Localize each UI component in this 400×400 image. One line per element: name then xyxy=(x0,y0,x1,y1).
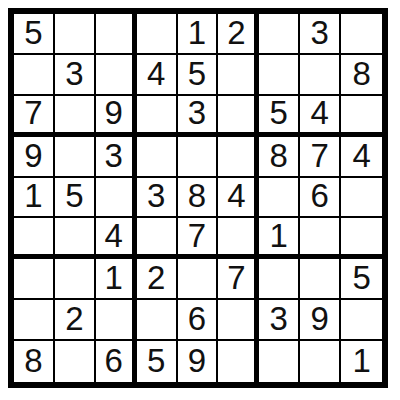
given-digit: 8 xyxy=(352,57,370,90)
cell-r9c8[interactable] xyxy=(300,341,341,382)
given-digit: 5 xyxy=(352,261,370,294)
cell-r5c3[interactable] xyxy=(96,178,137,219)
cell-r6c6[interactable] xyxy=(218,218,259,259)
cell-r7c3[interactable]: 1 xyxy=(96,259,137,300)
cell-r1c6[interactable]: 2 xyxy=(218,14,259,55)
given-digit: 7 xyxy=(24,96,42,129)
cell-r9c3[interactable]: 6 xyxy=(96,341,137,382)
cell-r4c3[interactable]: 3 xyxy=(96,137,137,178)
given-digit: 5 xyxy=(270,96,288,129)
cell-r3c5[interactable]: 3 xyxy=(178,96,219,137)
cell-r3c8[interactable]: 4 xyxy=(300,96,341,137)
given-digit: 9 xyxy=(105,96,123,129)
cell-r3c9[interactable] xyxy=(341,96,382,137)
cell-r5c1[interactable]: 1 xyxy=(14,178,55,219)
cell-r2c6[interactable] xyxy=(218,55,259,96)
cell-r9c1[interactable]: 8 xyxy=(14,341,55,382)
cell-r3c3[interactable]: 9 xyxy=(96,96,137,137)
cell-r8c7[interactable]: 3 xyxy=(259,300,300,341)
given-digit: 7 xyxy=(310,139,328,172)
cell-r2c5[interactable]: 5 xyxy=(178,55,219,96)
cell-r4c9[interactable]: 4 xyxy=(341,137,382,178)
cell-r6c3[interactable]: 4 xyxy=(96,218,137,259)
cell-r5c4[interactable]: 3 xyxy=(137,178,178,219)
given-digit: 5 xyxy=(24,16,42,49)
given-digit: 3 xyxy=(147,179,165,212)
given-digit: 1 xyxy=(24,179,42,212)
cell-r3c6[interactable] xyxy=(218,96,259,137)
sudoku-board: 5123345879354938741538464711275263986591 xyxy=(8,8,388,388)
cell-r7c6[interactable]: 7 xyxy=(218,259,259,300)
cell-r5c5[interactable]: 8 xyxy=(178,178,219,219)
given-digit: 3 xyxy=(188,96,206,129)
given-digit: 9 xyxy=(24,139,42,172)
cell-r9c2[interactable] xyxy=(55,341,96,382)
cell-r2c2[interactable]: 3 xyxy=(55,55,96,96)
cell-r8c3[interactable] xyxy=(96,300,137,341)
cell-r1c8[interactable]: 3 xyxy=(300,14,341,55)
given-digit: 4 xyxy=(147,57,165,90)
cell-r6c4[interactable] xyxy=(137,218,178,259)
given-digit: 4 xyxy=(352,139,370,172)
given-digit: 1 xyxy=(352,344,370,377)
given-digit: 5 xyxy=(147,344,165,377)
cell-r9c4[interactable]: 5 xyxy=(137,341,178,382)
cell-r7c4[interactable]: 2 xyxy=(137,259,178,300)
cell-r8c6[interactable] xyxy=(218,300,259,341)
cell-r1c5[interactable]: 1 xyxy=(178,14,219,55)
given-digit: 2 xyxy=(227,16,245,49)
cell-r5c6[interactable]: 4 xyxy=(218,178,259,219)
cell-r3c4[interactable] xyxy=(137,96,178,137)
cell-r3c1[interactable]: 7 xyxy=(14,96,55,137)
cell-r6c5[interactable]: 7 xyxy=(178,218,219,259)
cell-r1c4[interactable] xyxy=(137,14,178,55)
given-digit: 2 xyxy=(65,302,83,335)
cell-r8c2[interactable]: 2 xyxy=(55,300,96,341)
given-digit: 7 xyxy=(188,219,206,252)
cell-r4c8[interactable]: 7 xyxy=(300,137,341,178)
given-digit: 7 xyxy=(227,261,245,294)
given-digit: 1 xyxy=(188,16,206,49)
cell-r2c4[interactable]: 4 xyxy=(137,55,178,96)
cell-r7c5[interactable] xyxy=(178,259,219,300)
cell-r1c9[interactable] xyxy=(341,14,382,55)
cell-r4c7[interactable]: 8 xyxy=(259,137,300,178)
cell-r9c5[interactable]: 9 xyxy=(178,341,219,382)
cell-r2c3[interactable] xyxy=(96,55,137,96)
given-digit: 6 xyxy=(105,344,123,377)
cell-r8c5[interactable]: 6 xyxy=(178,300,219,341)
cell-r5c7[interactable] xyxy=(259,178,300,219)
cell-r2c1[interactable] xyxy=(14,55,55,96)
cell-r7c2[interactable] xyxy=(55,259,96,300)
given-digit: 3 xyxy=(270,302,288,335)
given-digit: 6 xyxy=(310,179,328,212)
given-digit: 8 xyxy=(270,139,288,172)
cell-r8c1[interactable] xyxy=(14,300,55,341)
cell-r6c9[interactable] xyxy=(341,218,382,259)
cell-r8c4[interactable] xyxy=(137,300,178,341)
given-digit: 1 xyxy=(270,219,288,252)
cell-r2c9[interactable]: 8 xyxy=(341,55,382,96)
cell-r2c7[interactable] xyxy=(259,55,300,96)
cell-r4c5[interactable] xyxy=(178,137,219,178)
given-digit: 3 xyxy=(105,139,123,172)
cell-r5c2[interactable]: 5 xyxy=(55,178,96,219)
cell-r8c9[interactable] xyxy=(341,300,382,341)
cell-r8c8[interactable]: 9 xyxy=(300,300,341,341)
cell-r1c3[interactable] xyxy=(96,14,137,55)
cell-r4c2[interactable] xyxy=(55,137,96,178)
cell-r6c8[interactable] xyxy=(300,218,341,259)
given-digit: 5 xyxy=(188,57,206,90)
cell-r6c1[interactable] xyxy=(14,218,55,259)
cell-r4c4[interactable] xyxy=(137,137,178,178)
given-digit: 9 xyxy=(188,344,206,377)
cell-r6c2[interactable] xyxy=(55,218,96,259)
given-digit: 6 xyxy=(188,302,206,335)
cell-r2c8[interactable] xyxy=(300,55,341,96)
given-digit: 1 xyxy=(105,261,123,294)
cell-r3c7[interactable]: 5 xyxy=(259,96,300,137)
given-digit: 2 xyxy=(147,261,165,294)
given-digit: 9 xyxy=(310,302,328,335)
given-digit: 4 xyxy=(227,179,245,212)
given-digit: 3 xyxy=(310,16,328,49)
given-digit: 5 xyxy=(65,179,83,212)
sudoku-page: 5123345879354938741538464711275263986591 xyxy=(0,0,400,400)
cell-r1c7[interactable] xyxy=(259,14,300,55)
cell-r4c6[interactable] xyxy=(218,137,259,178)
given-digit: 4 xyxy=(310,96,328,129)
cell-r9c6[interactable] xyxy=(218,341,259,382)
cell-r1c2[interactable] xyxy=(55,14,96,55)
cell-r5c9[interactable] xyxy=(341,178,382,219)
given-digit: 4 xyxy=(105,219,123,252)
cell-r6c7[interactable]: 1 xyxy=(259,218,300,259)
cell-r5c8[interactable]: 6 xyxy=(300,178,341,219)
cell-r7c8[interactable] xyxy=(300,259,341,300)
cell-r7c1[interactable] xyxy=(14,259,55,300)
cell-r9c7[interactable] xyxy=(259,341,300,382)
cell-r4c1[interactable]: 9 xyxy=(14,137,55,178)
given-digit: 3 xyxy=(65,57,83,90)
cell-r1c1[interactable]: 5 xyxy=(14,14,55,55)
given-digit: 8 xyxy=(188,179,206,212)
cell-r3c2[interactable] xyxy=(55,96,96,137)
given-digit: 8 xyxy=(24,344,42,377)
cell-r7c9[interactable]: 5 xyxy=(341,259,382,300)
cell-r7c7[interactable] xyxy=(259,259,300,300)
cell-r9c9[interactable]: 1 xyxy=(341,341,382,382)
